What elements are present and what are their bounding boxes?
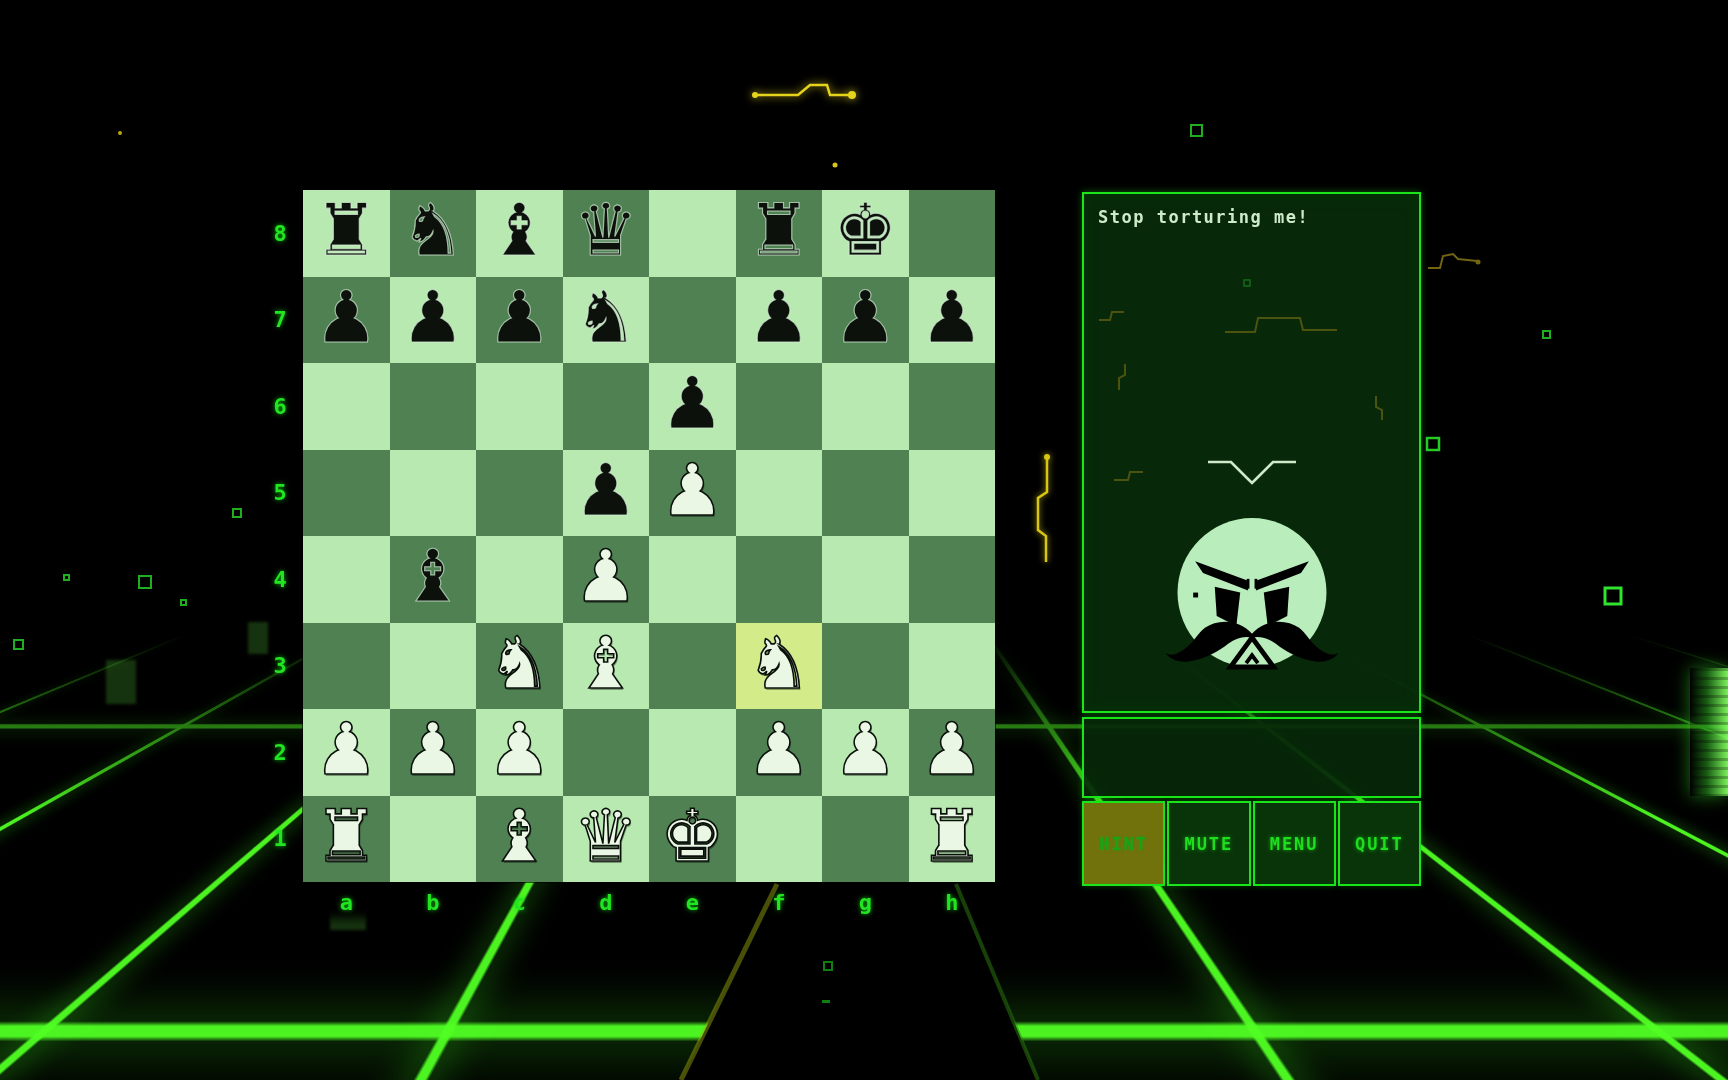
- rank-label: 6: [264, 363, 296, 450]
- square-d3[interactable]: ♝: [563, 623, 650, 710]
- square-a2[interactable]: ♟: [303, 709, 390, 796]
- square-b5[interactable]: [390, 450, 477, 537]
- square-a8[interactable]: ♜: [303, 190, 390, 277]
- file-label: h: [909, 886, 996, 918]
- piece-black-bishop: ♝: [487, 194, 552, 266]
- angry-brow-chevron-icon: [1206, 458, 1298, 486]
- square-d8[interactable]: ♛: [563, 190, 650, 277]
- square-c6[interactable]: [476, 363, 563, 450]
- square-e2[interactable]: [649, 709, 736, 796]
- button-row: HINT MUTE MENU QUIT: [1082, 801, 1421, 886]
- menu-button[interactable]: MENU: [1253, 801, 1336, 886]
- square-g3[interactable]: [822, 623, 909, 710]
- square-g8[interactable]: ♚: [822, 190, 909, 277]
- piece-black-pawn: ♟: [660, 367, 725, 439]
- file-label: f: [736, 886, 823, 918]
- square-e3[interactable]: [649, 623, 736, 710]
- square-a4[interactable]: [303, 536, 390, 623]
- piece-black-pawn: ♟: [314, 281, 379, 353]
- square-g7[interactable]: ♟: [822, 277, 909, 364]
- message-bar: [1082, 717, 1421, 798]
- piece-black-queen: ♛: [573, 194, 638, 266]
- piece-black-rook: ♜: [746, 194, 811, 266]
- square-a7[interactable]: ♟: [303, 277, 390, 364]
- square-a6[interactable]: [303, 363, 390, 450]
- file-label: b: [390, 886, 477, 918]
- file-label: g: [822, 886, 909, 918]
- square-a3[interactable]: [303, 623, 390, 710]
- piece-black-bishop: ♝: [400, 540, 465, 612]
- square-d4[interactable]: ♟: [563, 536, 650, 623]
- square-f4[interactable]: [736, 536, 823, 623]
- square-e1[interactable]: ♚: [649, 796, 736, 883]
- square-c2[interactable]: ♟: [476, 709, 563, 796]
- square-f6[interactable]: [736, 363, 823, 450]
- square-b6[interactable]: [390, 363, 477, 450]
- piece-white-pawn: ♟: [400, 713, 465, 785]
- square-e4[interactable]: [649, 536, 736, 623]
- opponent-speech-text: Stop torturing me!: [1098, 207, 1309, 227]
- file-label: a: [303, 886, 390, 918]
- rank-label: 4: [264, 536, 296, 623]
- piece-white-queen: ♛: [573, 800, 638, 872]
- piece-black-pawn: ♟: [573, 454, 638, 526]
- piece-black-knight: ♞: [573, 281, 638, 353]
- piece-white-pawn: ♟: [487, 713, 552, 785]
- square-d1[interactable]: ♛: [563, 796, 650, 883]
- piece-white-bishop: ♝: [487, 800, 552, 872]
- square-f3[interactable]: ♞: [736, 623, 823, 710]
- piece-white-rook: ♜: [919, 800, 984, 872]
- square-e6[interactable]: ♟: [649, 363, 736, 450]
- square-h8[interactable]: [909, 190, 996, 277]
- square-e8[interactable]: [649, 190, 736, 277]
- square-g5[interactable]: [822, 450, 909, 537]
- square-a1[interactable]: ♜: [303, 796, 390, 883]
- rank-label: 7: [264, 277, 296, 364]
- piece-black-pawn: ♟: [400, 281, 465, 353]
- square-d5[interactable]: ♟: [563, 450, 650, 537]
- chess-board: ♜♞♝♛♜♚♟♟♟♞♟♟♟♟♟♟♝♟♞♝♞♟♟♟♟♟♟♜♝♛♚♜: [303, 190, 995, 882]
- quit-button[interactable]: QUIT: [1338, 801, 1421, 886]
- rank-label: 8: [264, 190, 296, 277]
- piece-black-pawn: ♟: [919, 281, 984, 353]
- square-c3[interactable]: ♞: [476, 623, 563, 710]
- square-c4[interactable]: [476, 536, 563, 623]
- square-f7[interactable]: ♟: [736, 277, 823, 364]
- piece-white-bishop: ♝: [573, 627, 638, 699]
- square-d6[interactable]: [563, 363, 650, 450]
- square-a5[interactable]: [303, 450, 390, 537]
- piece-white-rook: ♜: [314, 800, 379, 872]
- piece-white-knight: ♞: [746, 627, 811, 699]
- square-g4[interactable]: [822, 536, 909, 623]
- square-h2[interactable]: ♟: [909, 709, 996, 796]
- rank-label: 5: [264, 450, 296, 537]
- piece-black-rook: ♜: [314, 194, 379, 266]
- rank-label: 1: [264, 796, 296, 883]
- floor-glow-patch: [106, 660, 136, 704]
- square-h6[interactable]: [909, 363, 996, 450]
- file-label: d: [563, 886, 650, 918]
- piece-white-pawn: ♟: [833, 713, 898, 785]
- piece-black-knight: ♞: [400, 194, 465, 266]
- square-g6[interactable]: [822, 363, 909, 450]
- square-b3[interactable]: [390, 623, 477, 710]
- square-c1[interactable]: ♝: [476, 796, 563, 883]
- piece-white-pawn: ♟: [573, 540, 638, 612]
- right-edge-glow: [1690, 668, 1728, 796]
- square-b1[interactable]: [390, 796, 477, 883]
- square-f5[interactable]: [736, 450, 823, 537]
- piece-white-pawn: ♟: [919, 713, 984, 785]
- square-b2[interactable]: ♟: [390, 709, 477, 796]
- square-f8[interactable]: ♜: [736, 190, 823, 277]
- file-label: c: [476, 886, 563, 918]
- square-c7[interactable]: ♟: [476, 277, 563, 364]
- piece-white-pawn: ♟: [660, 454, 725, 526]
- piece-black-pawn: ♟: [746, 281, 811, 353]
- game-screen: ♜♞♝♛♜♚♟♟♟♞♟♟♟♟♟♟♝♟♞♝♞♟♟♟♟♟♟♜♝♛♚♜ 8 7 6 5…: [0, 0, 1728, 1080]
- square-g1[interactable]: [822, 796, 909, 883]
- square-d7[interactable]: ♞: [563, 277, 650, 364]
- square-e7[interactable]: [649, 277, 736, 364]
- piece-black-pawn: ♟: [833, 281, 898, 353]
- piece-black-king: ♚: [833, 194, 898, 266]
- file-label: e: [649, 886, 736, 918]
- piece-white-pawn: ♟: [746, 713, 811, 785]
- piece-white-pawn: ♟: [314, 713, 379, 785]
- piece-black-pawn: ♟: [487, 281, 552, 353]
- rank-label: 3: [264, 623, 296, 710]
- square-c5[interactable]: [476, 450, 563, 537]
- angry-mustache-face-icon: [1154, 514, 1350, 679]
- hint-button[interactable]: HINT: [1082, 801, 1165, 886]
- opponent-speech-box: Stop torturing me!: [1082, 192, 1421, 713]
- piece-white-knight: ♞: [487, 627, 552, 699]
- rank-label: 2: [264, 709, 296, 796]
- square-c8[interactable]: ♝: [476, 190, 563, 277]
- opponent-panel: Stop torturing me! HINT MUTE ME: [1082, 192, 1421, 886]
- square-h1[interactable]: ♜: [909, 796, 996, 883]
- square-f1[interactable]: [736, 796, 823, 883]
- square-b4[interactable]: ♝: [390, 536, 477, 623]
- square-b8[interactable]: ♞: [390, 190, 477, 277]
- square-h7[interactable]: ♟: [909, 277, 996, 364]
- square-h4[interactable]: [909, 536, 996, 623]
- rank-labels: 8 7 6 5 4 3 2 1: [264, 190, 296, 882]
- square-h5[interactable]: [909, 450, 996, 537]
- square-h3[interactable]: [909, 623, 996, 710]
- square-f2[interactable]: ♟: [736, 709, 823, 796]
- file-labels: a b c d e f g h: [303, 886, 995, 918]
- square-b7[interactable]: ♟: [390, 277, 477, 364]
- square-e5[interactable]: ♟: [649, 450, 736, 537]
- square-g2[interactable]: ♟: [822, 709, 909, 796]
- mute-button[interactable]: MUTE: [1167, 801, 1250, 886]
- square-d2[interactable]: [563, 709, 650, 796]
- piece-white-king: ♚: [660, 800, 725, 872]
